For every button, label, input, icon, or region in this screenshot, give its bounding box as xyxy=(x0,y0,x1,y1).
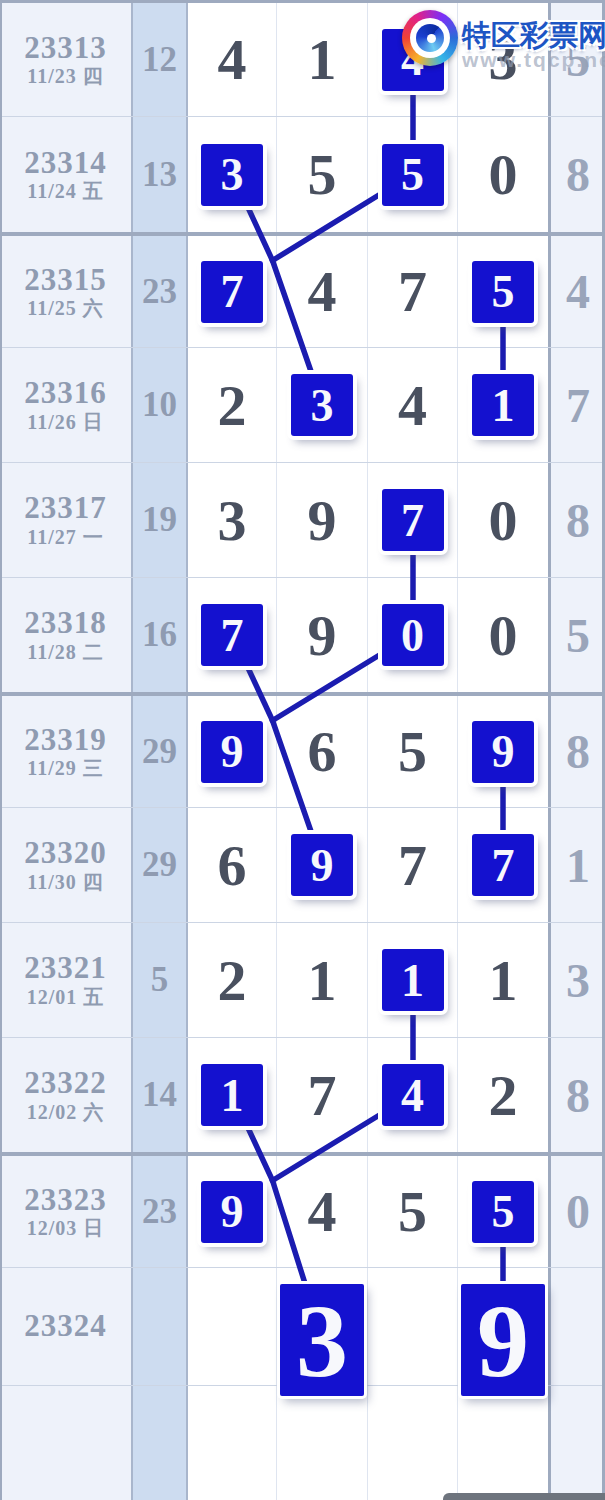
highlight-digit-box: 9 xyxy=(291,834,353,896)
highlight-digit-box: 9 xyxy=(201,1181,263,1243)
table-left-border xyxy=(0,0,2,1500)
highlight-digit-box: 7 xyxy=(472,834,534,896)
highlight-digit-box: 5 xyxy=(472,1181,534,1243)
site-logo-icon xyxy=(402,10,458,66)
highlight-digit-box: 7 xyxy=(201,261,263,323)
highlight-digit-box: 3 xyxy=(201,144,263,206)
digit-cell: 9 xyxy=(458,1268,548,1385)
highlight-digit-box: 4 xyxy=(382,1064,444,1126)
highlight-digit-box: 0 xyxy=(382,604,444,666)
highlight-digit-box: 1 xyxy=(201,1064,263,1126)
predicted-digit-box: 9 xyxy=(461,1284,545,1396)
highlight-digit-box: 7 xyxy=(201,604,263,666)
highlight-digit-box: 5 xyxy=(382,144,444,206)
predicted-digit-box: 3 xyxy=(280,1284,364,1396)
lottery-trend-page: 2331311/23 四12414352331411/24 五133550823… xyxy=(0,0,605,1500)
highlight-digit-box: 1 xyxy=(382,949,444,1011)
highlight-digit-box: 9 xyxy=(201,721,263,783)
highlight-digit-box: 1 xyxy=(472,374,534,436)
digit-cell: 3 xyxy=(277,1268,368,1385)
highlight-digit-box: 7 xyxy=(382,489,444,551)
site-logo[interactable]: 特区彩票网 www.tqcp.net xyxy=(398,4,605,100)
bottom-toolbar-peek[interactable] xyxy=(443,1493,605,1500)
highlight-digit-box: 9 xyxy=(472,721,534,783)
highlight-digit-box: 5 xyxy=(472,261,534,323)
site-watermark: www.tqcp.net xyxy=(462,48,605,72)
highlight-digit-box: 3 xyxy=(291,374,353,436)
